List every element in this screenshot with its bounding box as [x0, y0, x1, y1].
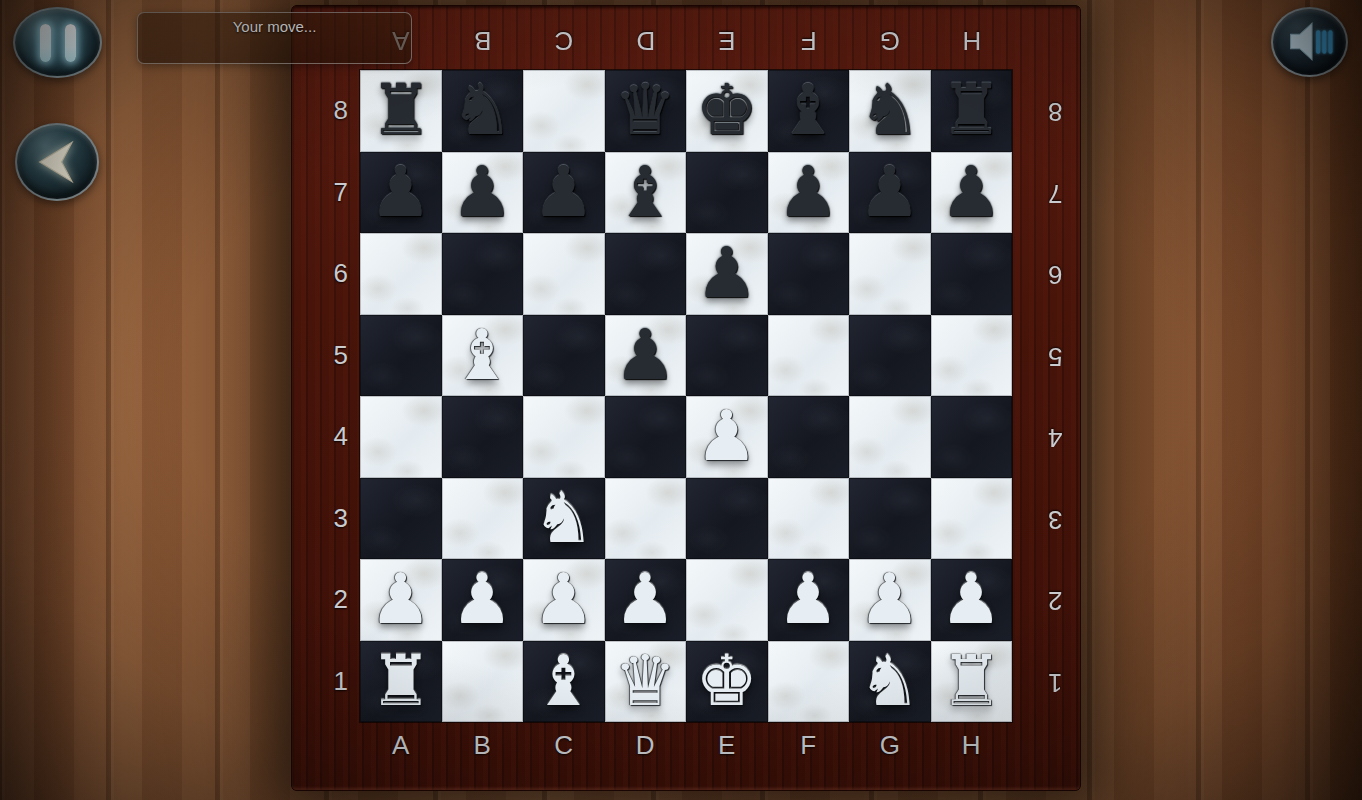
piece-white-king[interactable]: ♚ [686, 641, 768, 723]
square-f7[interactable]: ♟ [768, 152, 850, 234]
square-d1[interactable]: ♛ [605, 641, 687, 723]
square-c8[interactable] [523, 70, 605, 152]
square-b1[interactable] [442, 641, 524, 723]
square-g1[interactable]: ♞ [849, 641, 931, 723]
square-e1[interactable]: ♚ [686, 641, 768, 723]
square-a5[interactable] [360, 315, 442, 397]
square-e5[interactable] [686, 315, 768, 397]
square-e6[interactable]: ♟ [686, 233, 768, 315]
pause-icon [33, 24, 83, 62]
pause-button[interactable] [13, 7, 102, 78]
piece-black-pawn[interactable]: ♟ [360, 152, 442, 234]
square-d8[interactable]: ♛ [605, 70, 687, 152]
square-g7[interactable]: ♟ [849, 152, 931, 234]
piece-black-bishop[interactable]: ♝ [605, 152, 687, 234]
square-e4[interactable]: ♟ [686, 396, 768, 478]
piece-white-pawn[interactable]: ♟ [360, 559, 442, 641]
square-f5[interactable] [768, 315, 850, 397]
square-b8[interactable]: ♞ [442, 70, 524, 152]
game-screen: ABCDEFGH ABCDEFGH 87654321 87654321 ♜♞♛♚… [0, 0, 1362, 800]
square-h8[interactable]: ♜ [931, 70, 1013, 152]
square-e7[interactable] [686, 152, 768, 234]
square-b6[interactable] [442, 233, 524, 315]
square-c3[interactable]: ♞ [523, 478, 605, 560]
square-c4[interactable] [523, 396, 605, 478]
file-label-h: H [931, 722, 1013, 784]
piece-white-pawn[interactable]: ♟ [931, 559, 1013, 641]
square-e3[interactable] [686, 478, 768, 560]
square-h7[interactable]: ♟ [931, 152, 1013, 234]
chess-board-frame: ABCDEFGH ABCDEFGH 87654321 87654321 ♜♞♛♚… [291, 5, 1081, 791]
piece-white-pawn[interactable]: ♟ [686, 396, 768, 478]
file-label-g: G [849, 6, 931, 70]
square-h5[interactable] [931, 315, 1013, 397]
square-f2[interactable]: ♟ [768, 559, 850, 641]
piece-black-knight[interactable]: ♞ [849, 70, 931, 152]
square-e2[interactable] [686, 559, 768, 641]
rank-label-7: 7 [1012, 152, 1080, 234]
rank-label-8: 8 [292, 70, 360, 152]
piece-black-pawn[interactable]: ♟ [523, 152, 605, 234]
rank-label-4: 4 [292, 396, 360, 478]
square-f8[interactable]: ♝ [768, 70, 850, 152]
file-labels-top: ABCDEFGH [360, 6, 1012, 70]
square-g4[interactable] [849, 396, 931, 478]
square-c2[interactable]: ♟ [523, 559, 605, 641]
square-c5[interactable] [523, 315, 605, 397]
square-h1[interactable]: ♜ [931, 641, 1013, 723]
square-f4[interactable] [768, 396, 850, 478]
rank-label-5: 5 [292, 315, 360, 397]
square-h4[interactable] [931, 396, 1013, 478]
file-label-c: C [523, 6, 605, 70]
square-b5[interactable]: ♝ [442, 315, 524, 397]
piece-black-pawn[interactable]: ♟ [849, 152, 931, 234]
square-e8[interactable]: ♚ [686, 70, 768, 152]
square-a8[interactable]: ♜ [360, 70, 442, 152]
square-a6[interactable] [360, 233, 442, 315]
file-label-e: E [686, 722, 768, 784]
rank-label-1: 1 [292, 641, 360, 723]
square-a3[interactable] [360, 478, 442, 560]
piece-white-pawn[interactable]: ♟ [849, 559, 931, 641]
square-d7[interactable]: ♝ [605, 152, 687, 234]
file-label-b: B [442, 6, 524, 70]
file-label-f: F [768, 6, 850, 70]
square-c6[interactable] [523, 233, 605, 315]
rank-label-7: 7 [292, 152, 360, 234]
square-b7[interactable]: ♟ [442, 152, 524, 234]
square-a1[interactable]: ♜ [360, 641, 442, 723]
square-f1[interactable] [768, 641, 850, 723]
piece-black-queen[interactable]: ♛ [605, 70, 687, 152]
square-g3[interactable] [849, 478, 931, 560]
file-label-f: F [768, 722, 850, 784]
square-h6[interactable] [931, 233, 1013, 315]
piece-white-pawn[interactable]: ♟ [442, 559, 524, 641]
rank-label-8: 8 [1012, 70, 1080, 152]
piece-white-pawn[interactable]: ♟ [605, 559, 687, 641]
piece-black-pawn[interactable]: ♟ [442, 152, 524, 234]
square-c7[interactable]: ♟ [523, 152, 605, 234]
sound-button[interactable] [1271, 7, 1348, 77]
square-b3[interactable] [442, 478, 524, 560]
square-f3[interactable] [768, 478, 850, 560]
rank-label-1: 1 [1012, 641, 1080, 723]
piece-black-knight[interactable]: ♞ [442, 70, 524, 152]
square-d5[interactable]: ♟ [605, 315, 687, 397]
file-label-b: B [442, 722, 524, 784]
file-label-d: D [605, 6, 687, 70]
square-d3[interactable] [605, 478, 687, 560]
rank-label-6: 6 [1012, 233, 1080, 315]
chess-board: ♜♞♛♚♝♞♜♟♟♟♝♟♟♟♟♝♟♟♞♟♟♟♟♟♟♟♜♝♛♚♞♜ [360, 70, 1012, 722]
rank-label-2: 2 [1012, 559, 1080, 641]
rank-label-3: 3 [1012, 478, 1080, 560]
square-g2[interactable]: ♟ [849, 559, 931, 641]
square-g6[interactable] [849, 233, 931, 315]
piece-black-pawn[interactable]: ♟ [686, 233, 768, 315]
square-h2[interactable]: ♟ [931, 559, 1013, 641]
square-a2[interactable]: ♟ [360, 559, 442, 641]
undo-button[interactable] [15, 123, 99, 201]
rank-label-6: 6 [292, 233, 360, 315]
square-d6[interactable] [605, 233, 687, 315]
square-g5[interactable] [849, 315, 931, 397]
square-d2[interactable]: ♟ [605, 559, 687, 641]
file-label-a: A [360, 722, 442, 784]
file-label-d: D [605, 722, 687, 784]
file-label-g: G [849, 722, 931, 784]
piece-black-bishop[interactable]: ♝ [768, 70, 850, 152]
square-b2[interactable]: ♟ [442, 559, 524, 641]
rank-label-3: 3 [292, 478, 360, 560]
rank-label-5: 5 [1012, 315, 1080, 397]
square-a7[interactable]: ♟ [360, 152, 442, 234]
square-c1[interactable]: ♝ [523, 641, 605, 723]
piece-white-bishop[interactable]: ♝ [442, 315, 524, 397]
status-message-box: Your move... [137, 12, 412, 64]
piece-white-pawn[interactable]: ♟ [768, 559, 850, 641]
piece-white-queen[interactable]: ♛ [605, 641, 687, 723]
square-d4[interactable] [605, 396, 687, 478]
rank-label-4: 4 [1012, 396, 1080, 478]
rank-label-2: 2 [292, 559, 360, 641]
status-message: Your move... [233, 18, 317, 35]
square-h3[interactable] [931, 478, 1013, 560]
square-b4[interactable] [442, 396, 524, 478]
rank-labels-left: 87654321 [292, 70, 360, 722]
piece-black-rook[interactable]: ♜ [360, 70, 442, 152]
piece-black-rook[interactable]: ♜ [931, 70, 1013, 152]
square-f6[interactable] [768, 233, 850, 315]
file-label-h: H [931, 6, 1013, 70]
square-g8[interactable]: ♞ [849, 70, 931, 152]
file-label-c: C [523, 722, 605, 784]
rank-labels-right: 87654321 [1012, 70, 1080, 722]
piece-white-knight[interactable]: ♞ [849, 641, 931, 723]
piece-white-knight[interactable]: ♞ [523, 478, 605, 560]
piece-white-bishop[interactable]: ♝ [523, 641, 605, 723]
piece-black-king[interactable]: ♚ [686, 70, 768, 152]
file-labels-bottom: ABCDEFGH [360, 722, 1012, 784]
back-arrow-icon [27, 133, 87, 191]
piece-white-rook[interactable]: ♜ [931, 641, 1013, 723]
square-a4[interactable] [360, 396, 442, 478]
speaker-icon [1284, 19, 1336, 65]
piece-white-rook[interactable]: ♜ [360, 641, 442, 723]
piece-black-pawn[interactable]: ♟ [605, 315, 687, 397]
piece-black-pawn[interactable]: ♟ [768, 152, 850, 234]
file-label-e: E [686, 6, 768, 70]
piece-black-pawn[interactable]: ♟ [931, 152, 1013, 234]
piece-white-pawn[interactable]: ♟ [523, 559, 605, 641]
